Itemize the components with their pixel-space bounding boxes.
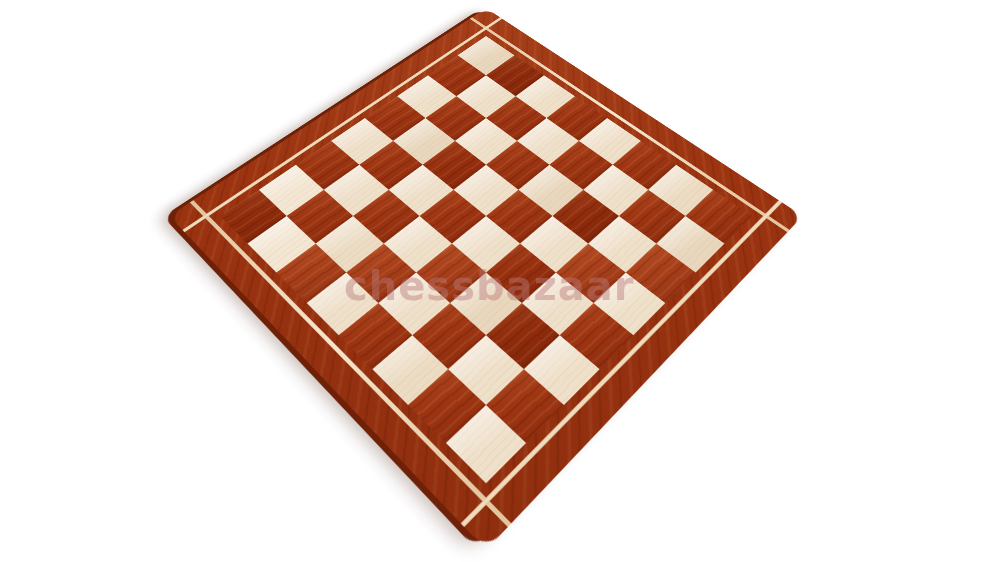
chess-board [169, 8, 803, 550]
product-photo: chessbazaar [0, 0, 1000, 562]
playing-field [220, 36, 752, 483]
